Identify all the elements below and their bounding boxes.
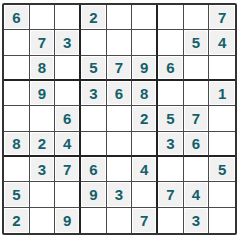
sudoku-cell-given: 2 xyxy=(4,208,30,233)
sudoku-cell-given: 3 xyxy=(158,132,184,157)
sudoku-cell-empty[interactable] xyxy=(132,132,158,157)
cell-digit: 7 xyxy=(133,209,155,232)
cell-blank xyxy=(185,57,208,78)
cell-digit: 3 xyxy=(185,209,208,232)
sudoku-cell-empty[interactable] xyxy=(107,157,133,182)
sudoku-cell-empty[interactable] xyxy=(158,208,184,233)
sudoku-cell-given: 7 xyxy=(184,106,210,131)
cell-digit: 7 xyxy=(31,31,54,53)
sudoku-cell-given: 5 xyxy=(209,157,235,182)
cell-digit: 8 xyxy=(31,57,54,78)
cell-digit: 6 xyxy=(108,82,131,104)
sudoku-cell-empty[interactable] xyxy=(209,182,235,207)
cell-digit: 4 xyxy=(185,183,208,205)
cell-digit: 4 xyxy=(210,31,234,53)
sudoku-cell-given: 3 xyxy=(55,30,81,55)
sudoku-cell-given: 7 xyxy=(132,208,158,233)
cell-digit: 9 xyxy=(133,57,155,78)
cell-digit: 2 xyxy=(133,107,155,129)
cell-digit: 5 xyxy=(82,57,105,78)
cell-digit: 3 xyxy=(108,183,131,205)
cell-digit: 7 xyxy=(159,183,182,205)
cell-digit: 2 xyxy=(82,6,105,28)
sudoku-cell-empty[interactable] xyxy=(158,81,184,106)
cell-digit: 3 xyxy=(56,31,78,53)
cell-blank xyxy=(5,57,28,78)
sudoku-cell-empty[interactable] xyxy=(158,5,184,30)
sudoku-cell-empty[interactable] xyxy=(107,30,133,55)
sudoku-cell-empty[interactable] xyxy=(4,81,30,106)
cell-blank xyxy=(108,6,131,28)
cell-blank xyxy=(133,183,155,205)
sudoku-cell-given: 7 xyxy=(158,182,184,207)
sudoku-cell-empty[interactable] xyxy=(132,5,158,30)
cell-digit: 4 xyxy=(56,133,78,154)
cell-blank xyxy=(5,31,28,53)
cell-blank xyxy=(185,158,208,180)
sudoku-cell-given: 8 xyxy=(4,132,30,157)
sudoku-cell-empty[interactable] xyxy=(30,208,56,233)
sudoku-cell-given: 7 xyxy=(55,157,81,182)
cell-blank xyxy=(56,57,78,78)
sudoku-cell-empty[interactable] xyxy=(55,56,81,81)
sudoku-cell-empty[interactable] xyxy=(30,106,56,131)
cell-digit: 9 xyxy=(31,82,54,104)
sudoku-cell-empty[interactable] xyxy=(209,208,235,233)
sudoku-cell-empty[interactable] xyxy=(55,5,81,30)
cell-digit: 9 xyxy=(82,183,105,205)
cell-digit: 6 xyxy=(82,158,105,180)
sudoku-cell-given: 4 xyxy=(209,30,235,55)
cell-blank xyxy=(56,82,78,104)
sudoku-cell-given: 7 xyxy=(209,5,235,30)
sudoku-cell-empty[interactable] xyxy=(184,56,210,81)
sudoku-cell-given: 7 xyxy=(107,56,133,81)
sudoku-cell-empty[interactable] xyxy=(81,208,107,233)
sudoku-cell-given: 9 xyxy=(55,208,81,233)
cell-digit: 3 xyxy=(82,82,105,104)
cell-blank xyxy=(210,133,234,154)
cell-digit: 6 xyxy=(159,57,182,78)
sudoku-cell-given: 2 xyxy=(81,5,107,30)
sudoku-cell-given: 5 xyxy=(4,182,30,207)
cell-blank xyxy=(108,31,131,53)
sudoku-cell-given: 8 xyxy=(30,56,56,81)
cell-digit: 6 xyxy=(185,133,208,154)
cell-digit: 3 xyxy=(31,158,54,180)
cell-blank xyxy=(210,57,234,78)
sudoku-cell-empty[interactable] xyxy=(81,106,107,131)
cell-blank xyxy=(108,107,131,129)
sudoku-cell-given: 7 xyxy=(30,30,56,55)
cell-blank xyxy=(82,209,105,232)
cell-blank xyxy=(5,158,28,180)
sudoku-cell-empty[interactable] xyxy=(4,56,30,81)
cell-blank xyxy=(185,6,208,28)
sudoku-cell-given: 9 xyxy=(30,81,56,106)
sudoku-cell-given: 6 xyxy=(158,56,184,81)
cell-digit: 7 xyxy=(56,158,78,180)
sudoku-cell-empty[interactable] xyxy=(107,132,133,157)
sudoku-cell-given: 5 xyxy=(158,106,184,131)
sudoku-cell-given: 4 xyxy=(55,132,81,157)
sudoku-cell-given: 9 xyxy=(132,56,158,81)
sudoku-cell-empty[interactable] xyxy=(132,182,158,207)
cell-digit: 6 xyxy=(5,6,28,28)
cell-blank xyxy=(82,133,105,154)
cell-blank xyxy=(31,209,54,232)
sudoku-cell-empty[interactable] xyxy=(158,157,184,182)
sudoku-cell-empty[interactable] xyxy=(107,5,133,30)
cell-blank xyxy=(31,183,54,205)
cell-digit: 9 xyxy=(56,209,78,232)
sudoku-cell-given: 4 xyxy=(132,157,158,182)
cell-blank xyxy=(159,6,182,28)
cell-blank xyxy=(210,209,234,232)
sudoku-cell-empty[interactable] xyxy=(4,157,30,182)
cell-blank xyxy=(133,31,155,53)
sudoku-cell-empty[interactable] xyxy=(184,81,210,106)
sudoku-cell-empty[interactable] xyxy=(4,30,30,55)
sudoku-cell-empty[interactable] xyxy=(30,182,56,207)
cell-blank xyxy=(210,183,234,205)
cell-digit: 7 xyxy=(185,107,208,129)
cell-blank xyxy=(159,158,182,180)
sudoku-cell-given: 6 xyxy=(107,81,133,106)
sudoku-cell-given: 6 xyxy=(184,132,210,157)
cell-digit: 8 xyxy=(5,133,28,154)
sudoku-cell-given: 3 xyxy=(81,81,107,106)
sudoku-cell-given: 5 xyxy=(81,56,107,81)
cell-blank xyxy=(133,6,155,28)
cell-digit: 4 xyxy=(133,158,155,180)
sudoku-cell-given: 3 xyxy=(184,208,210,233)
cell-blank xyxy=(210,107,234,129)
cell-digit: 8 xyxy=(133,82,155,104)
sudoku-cell-given: 6 xyxy=(81,157,107,182)
cell-digit: 5 xyxy=(185,31,208,53)
cell-blank xyxy=(159,31,182,53)
cell-blank xyxy=(133,133,155,154)
cell-blank xyxy=(56,183,78,205)
cell-blank xyxy=(108,133,131,154)
cell-blank xyxy=(5,107,28,129)
sudoku-cell-empty[interactable] xyxy=(55,81,81,106)
sudoku-cell-empty[interactable] xyxy=(4,106,30,131)
cell-blank xyxy=(31,107,54,129)
sudoku-cell-given: 8 xyxy=(132,81,158,106)
cell-digit: 5 xyxy=(5,183,28,205)
sudoku-cell-empty[interactable] xyxy=(132,30,158,55)
cell-blank xyxy=(82,31,105,53)
sudoku-cell-empty[interactable] xyxy=(184,5,210,30)
sudoku-cell-given: 4 xyxy=(184,182,210,207)
cell-blank xyxy=(82,107,105,129)
sudoku-cell-empty[interactable] xyxy=(81,132,107,157)
sudoku-cell-given: 9 xyxy=(81,182,107,207)
sudoku-cell-given: 3 xyxy=(107,182,133,207)
cell-blank xyxy=(159,82,182,104)
sudoku-cell-empty[interactable] xyxy=(107,208,133,233)
cell-blank xyxy=(159,209,182,232)
sudoku-cell-empty[interactable] xyxy=(30,5,56,30)
cell-blank xyxy=(108,209,131,232)
cell-digit: 1 xyxy=(210,82,234,104)
cell-digit: 7 xyxy=(108,57,131,78)
cell-digit: 7 xyxy=(210,6,234,28)
sudoku-cell-empty[interactable] xyxy=(55,182,81,207)
cell-blank xyxy=(56,6,78,28)
cell-digit: 2 xyxy=(5,209,28,232)
sudoku-cell-empty[interactable] xyxy=(158,30,184,55)
cell-blank xyxy=(31,6,54,28)
sudoku-cell-empty[interactable] xyxy=(209,132,235,157)
sudoku-cell-given: 5 xyxy=(184,30,210,55)
sudoku-cell-empty[interactable] xyxy=(209,106,235,131)
sudoku-cell-empty[interactable] xyxy=(81,30,107,55)
cell-digit: 3 xyxy=(159,133,182,154)
cell-blank xyxy=(108,158,131,180)
cell-digit: 5 xyxy=(159,107,182,129)
sudoku-cell-given: 1 xyxy=(209,81,235,106)
sudoku-cell-empty[interactable] xyxy=(184,157,210,182)
cell-digit: 2 xyxy=(31,133,54,154)
cell-blank xyxy=(5,82,28,104)
sudoku-cell-empty[interactable] xyxy=(107,106,133,131)
sudoku-cell-given: 2 xyxy=(132,106,158,131)
cell-blank xyxy=(185,82,208,104)
cell-digit: 5 xyxy=(210,158,234,180)
sudoku-cell-given: 6 xyxy=(55,106,81,131)
sudoku-cell-given: 6 xyxy=(4,5,30,30)
sudoku-cell-given: 3 xyxy=(30,157,56,182)
sudoku-cell-given: 2 xyxy=(30,132,56,157)
sudoku-cell-empty[interactable] xyxy=(209,56,235,81)
sudoku-board: 6277354857969368162578243637645593742973 xyxy=(2,3,237,235)
cell-digit: 6 xyxy=(56,107,78,129)
